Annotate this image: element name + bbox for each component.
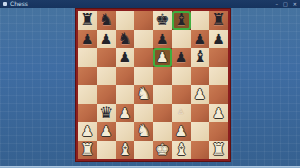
square-g5[interactable] (191, 67, 210, 86)
piece-black-knight[interactable]: ♞ (97, 11, 116, 30)
square-e8[interactable]: ♚ (153, 11, 172, 30)
app-window: Chess – □ ✕ ♜♞♚♝♜♟♟♞♟♟♟♟♟♟♝♞♟♛♟♙♟♟♟♞♟♜♝♚… (0, 0, 300, 168)
square-e2[interactable] (153, 122, 172, 141)
square-g7[interactable]: ♟ (191, 30, 210, 49)
window-bottom-edge (0, 166, 300, 168)
square-b2[interactable]: ♟ (97, 122, 116, 141)
square-e3[interactable] (153, 104, 172, 123)
square-f4[interactable] (172, 85, 191, 104)
piece-white-bishop[interactable]: ♝ (172, 141, 191, 160)
square-c3[interactable]: ♟ (116, 104, 135, 123)
piece-black-pawn[interactable]: ♟ (97, 30, 116, 49)
piece-black-bishop[interactable]: ♝ (191, 48, 210, 67)
piece-white-knight[interactable]: ♞ (134, 122, 153, 141)
piece-black-knight[interactable]: ♞ (116, 30, 135, 49)
square-g4[interactable]: ♟ (191, 85, 210, 104)
board-grid: ♜♞♚♝♜♟♟♞♟♟♟♟♟♟♝♞♟♛♟♙♟♟♟♞♟♜♝♚♝♜ (78, 11, 228, 159)
square-b6[interactable] (97, 48, 116, 67)
square-e5[interactable] (153, 67, 172, 86)
square-f6[interactable]: ♟ (172, 48, 191, 67)
piece-black-queen[interactable]: ♛ (97, 104, 116, 123)
square-h3[interactable]: ♟ (209, 104, 228, 123)
square-h5[interactable] (209, 67, 228, 86)
piece-white-king[interactable]: ♚ (153, 141, 172, 160)
square-g1[interactable] (191, 141, 210, 160)
square-d7[interactable] (134, 30, 153, 49)
piece-white-knight[interactable]: ♞ (134, 85, 153, 104)
square-a7[interactable]: ♟ (78, 30, 97, 49)
square-d2[interactable]: ♞ (134, 122, 153, 141)
piece-black-pawn[interactable]: ♟ (78, 30, 97, 49)
square-h8[interactable]: ♜ (209, 11, 228, 30)
piece-black-rook[interactable]: ♜ (78, 11, 97, 30)
square-a2[interactable]: ♟ (78, 122, 97, 141)
square-d8[interactable] (134, 11, 153, 30)
piece-white-pawn[interactable]: ♟ (209, 104, 228, 123)
square-h4[interactable] (209, 85, 228, 104)
square-e1[interactable]: ♚ (153, 141, 172, 160)
square-d5[interactable] (134, 67, 153, 86)
square-b3[interactable]: ♛ (97, 104, 116, 123)
square-a8[interactable]: ♜ (78, 11, 97, 30)
square-g2[interactable] (191, 122, 210, 141)
square-g3[interactable] (191, 104, 210, 123)
piece-white-pawn[interactable]: ♟ (153, 48, 172, 67)
square-a4[interactable] (78, 85, 97, 104)
square-e4[interactable] (153, 85, 172, 104)
square-a3[interactable] (78, 104, 97, 123)
square-a6[interactable] (78, 48, 97, 67)
piece-black-pawn[interactable]: ♟ (191, 30, 210, 49)
chess-board: ♜♞♚♝♜♟♟♞♟♟♟♟♟♟♝♞♟♛♟♙♟♟♟♞♟♜♝♚♝♜ (75, 8, 231, 162)
square-h7[interactable]: ♟ (209, 30, 228, 49)
square-g8[interactable] (191, 11, 210, 30)
square-h6[interactable] (209, 48, 228, 67)
square-a1[interactable]: ♜ (78, 141, 97, 160)
piece-white-pawn[interactable]: ♟ (116, 104, 135, 123)
square-a5[interactable] (78, 67, 97, 86)
square-c8[interactable] (116, 11, 135, 30)
square-h1[interactable]: ♜ (209, 141, 228, 160)
piece-black-pawn[interactable]: ♟ (116, 48, 135, 67)
square-f7[interactable] (172, 30, 191, 49)
minimize-button[interactable]: – (276, 0, 279, 8)
piece-black-bishop[interactable]: ♝ (172, 11, 191, 30)
square-f2[interactable]: ♟ (172, 122, 191, 141)
square-c5[interactable] (116, 67, 135, 86)
square-b5[interactable] (97, 67, 116, 86)
piece-white-rook[interactable]: ♜ (209, 141, 228, 160)
piece-white-rook[interactable]: ♜ (78, 141, 97, 160)
square-e6[interactable]: ♟ (153, 48, 172, 67)
square-g6[interactable]: ♝ (191, 48, 210, 67)
piece-black-rook[interactable]: ♜ (209, 11, 228, 30)
window-title: Chess (10, 0, 28, 8)
app-icon (3, 2, 7, 6)
close-button[interactable]: ✕ (293, 0, 297, 8)
square-c6[interactable]: ♟ (116, 48, 135, 67)
square-c4[interactable] (116, 85, 135, 104)
square-b4[interactable] (97, 85, 116, 104)
mini-pawn-cursor-icon: ♙ (178, 109, 184, 116)
piece-black-king[interactable]: ♚ (153, 11, 172, 30)
square-d4[interactable]: ♞ (134, 85, 153, 104)
piece-white-pawn[interactable]: ♟ (97, 122, 116, 141)
square-b7[interactable]: ♟ (97, 30, 116, 49)
piece-white-pawn[interactable]: ♟ (191, 85, 210, 104)
square-h2[interactable] (209, 122, 228, 141)
square-d3[interactable] (134, 104, 153, 123)
maximize-button[interactable]: □ (283, 0, 288, 8)
square-f1[interactable]: ♝ (172, 141, 191, 160)
title-bar: Chess – □ ✕ (0, 0, 300, 8)
piece-white-bishop[interactable]: ♝ (116, 141, 135, 160)
piece-white-pawn[interactable]: ♟ (172, 122, 191, 141)
square-f8[interactable]: ♝ (172, 11, 191, 30)
piece-black-pawn[interactable]: ♟ (209, 30, 228, 49)
square-f3[interactable]: ♙ (172, 104, 191, 123)
square-d6[interactable] (134, 48, 153, 67)
piece-black-pawn[interactable]: ♟ (153, 30, 172, 49)
square-c7[interactable]: ♞ (116, 30, 135, 49)
square-c1[interactable]: ♝ (116, 141, 135, 160)
piece-black-pawn[interactable]: ♟ (172, 48, 191, 67)
square-c2[interactable] (116, 122, 135, 141)
piece-white-pawn[interactable]: ♟ (78, 122, 97, 141)
square-d1[interactable] (134, 141, 153, 160)
square-b1[interactable] (97, 141, 116, 160)
square-b8[interactable]: ♞ (97, 11, 116, 30)
square-f5[interactable] (172, 67, 191, 86)
window-controls: – □ ✕ (276, 0, 297, 8)
square-e7[interactable]: ♟ (153, 30, 172, 49)
